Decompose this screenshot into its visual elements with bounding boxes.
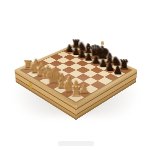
product-photo: ♜♞♝♛♚♝♞♜♟♟♟♟♟♟♟♟♟♟♟♟♟♟♟♟♜♞♝♛♚♝♞♜ bbox=[0, 0, 150, 150]
square-h6 bbox=[105, 74, 119, 81]
brass-clasp bbox=[29, 82, 32, 88]
square-g5 bbox=[90, 74, 104, 81]
scene: ♜♞♝♛♚♝♞♜♟♟♟♟♟♟♟♟♟♟♟♟♟♟♟♟♜♞♝♛♚♝♞♜ bbox=[0, 0, 150, 150]
square-f5 bbox=[83, 70, 97, 77]
square-g6 bbox=[97, 70, 111, 77]
square-h5 bbox=[98, 77, 113, 85]
piece-white-rook: ♜ bbox=[70, 85, 82, 99]
piece-black-pawn: ♟ bbox=[113, 64, 123, 75]
watermark bbox=[58, 141, 94, 146]
square-h4 bbox=[91, 81, 106, 89]
black-king-finial bbox=[101, 41, 103, 44]
